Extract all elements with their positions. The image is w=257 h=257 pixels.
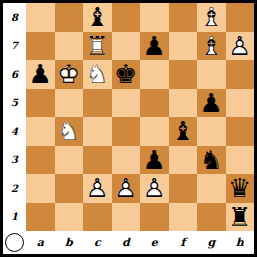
square-d7[interactable] — [112, 32, 141, 61]
black-rook-piece[interactable]: ♜ — [226, 203, 255, 232]
square-b5[interactable] — [55, 89, 84, 118]
white-bishop-piece[interactable]: ♗ — [197, 32, 226, 61]
black-queen-piece[interactable]: ♛ — [226, 174, 255, 203]
rank-label-2: 2 — [3, 174, 26, 203]
square-b8[interactable] — [55, 3, 84, 32]
square-f2[interactable] — [169, 174, 198, 203]
square-d5[interactable] — [112, 89, 141, 118]
square-a8[interactable] — [26, 3, 55, 32]
square-g4[interactable] — [197, 117, 226, 146]
square-e3[interactable]: ♟ — [140, 146, 169, 175]
white-rook-piece[interactable]: ♖ — [83, 32, 112, 61]
square-f6[interactable] — [169, 60, 198, 89]
file-label-e: e — [140, 231, 169, 254]
white-bishop-piece[interactable]: ♗ — [197, 3, 226, 32]
square-d3[interactable] — [112, 146, 141, 175]
white-king-piece[interactable]: ♔ — [55, 60, 84, 89]
rank-label-4: 4 — [3, 117, 26, 146]
file-labels: abcdefgh — [26, 231, 254, 254]
square-g1[interactable] — [197, 203, 226, 232]
square-c3[interactable] — [83, 146, 112, 175]
white-knight-piece[interactable]: ♘ — [55, 117, 84, 146]
rank-label-1: 1 — [3, 203, 26, 232]
chess-diagram: 87654321 ♝♝♗♜♖♟♝♗♟♙♟♚♔♞♘♚♟♞♘♝♟♞♟♙♟♙♟♙♛♜ … — [0, 0, 257, 257]
square-a7[interactable] — [26, 32, 55, 61]
black-bishop-piece[interactable]: ♝ — [83, 3, 112, 32]
square-a6[interactable]: ♟ — [26, 60, 55, 89]
square-e2[interactable]: ♟♙ — [140, 174, 169, 203]
square-c4[interactable] — [83, 117, 112, 146]
file-label-f: f — [169, 231, 198, 254]
square-b4[interactable]: ♞♘ — [55, 117, 84, 146]
square-c5[interactable] — [83, 89, 112, 118]
square-h1[interactable]: ♜ — [226, 203, 255, 232]
square-d6[interactable]: ♚ — [112, 60, 141, 89]
square-h6[interactable] — [226, 60, 255, 89]
square-a5[interactable] — [26, 89, 55, 118]
rank-label-5: 5 — [3, 89, 26, 118]
black-pawn-piece[interactable]: ♟ — [26, 60, 55, 89]
square-g3[interactable]: ♞ — [197, 146, 226, 175]
rank-label-6: 6 — [3, 60, 26, 89]
rank-labels: 87654321 — [3, 3, 26, 231]
square-h8[interactable] — [226, 3, 255, 32]
file-label-d: d — [112, 231, 141, 254]
square-a1[interactable] — [26, 203, 55, 232]
square-c8[interactable]: ♝ — [83, 3, 112, 32]
white-pawn-piece[interactable]: ♙ — [226, 32, 255, 61]
black-knight-piece[interactable]: ♞ — [197, 146, 226, 175]
square-c7[interactable]: ♜♖ — [83, 32, 112, 61]
square-g6[interactable] — [197, 60, 226, 89]
side-to-move-area — [3, 231, 26, 254]
square-f3[interactable] — [169, 146, 198, 175]
square-e7[interactable]: ♟ — [140, 32, 169, 61]
square-e8[interactable] — [140, 3, 169, 32]
file-label-a: a — [26, 231, 55, 254]
rank-label-8: 8 — [3, 3, 26, 32]
square-h2[interactable]: ♛ — [226, 174, 255, 203]
square-b6[interactable]: ♚♔ — [55, 60, 84, 89]
rank-label-7: 7 — [3, 32, 26, 61]
white-pawn-piece[interactable]: ♙ — [140, 174, 169, 203]
file-label-c: c — [83, 231, 112, 254]
square-a4[interactable] — [26, 117, 55, 146]
black-bishop-piece[interactable]: ♝ — [169, 117, 198, 146]
white-knight-piece[interactable]: ♘ — [83, 60, 112, 89]
chess-board[interactable]: ♝♝♗♜♖♟♝♗♟♙♟♚♔♞♘♚♟♞♘♝♟♞♟♙♟♙♟♙♛♜ — [26, 3, 254, 231]
square-e4[interactable] — [140, 117, 169, 146]
rank-label-3: 3 — [3, 146, 26, 175]
square-d2[interactable]: ♟♙ — [112, 174, 141, 203]
square-c1[interactable] — [83, 203, 112, 232]
square-e5[interactable] — [140, 89, 169, 118]
square-e1[interactable] — [140, 203, 169, 232]
square-g8[interactable]: ♝♗ — [197, 3, 226, 32]
square-b7[interactable] — [55, 32, 84, 61]
square-e6[interactable] — [140, 60, 169, 89]
white-pawn-piece[interactable]: ♙ — [83, 174, 112, 203]
file-label-g: g — [197, 231, 226, 254]
file-label-h: h — [226, 231, 255, 254]
square-b1[interactable] — [55, 203, 84, 232]
square-h7[interactable]: ♟♙ — [226, 32, 255, 61]
square-f1[interactable] — [169, 203, 198, 232]
black-pawn-piece[interactable]: ♟ — [197, 89, 226, 118]
square-d1[interactable] — [112, 203, 141, 232]
square-b2[interactable] — [55, 174, 84, 203]
square-d4[interactable] — [112, 117, 141, 146]
square-a3[interactable] — [26, 146, 55, 175]
square-h3[interactable] — [226, 146, 255, 175]
white-pawn-piece[interactable]: ♙ — [112, 174, 141, 203]
square-d8[interactable] — [112, 3, 141, 32]
square-h5[interactable] — [226, 89, 255, 118]
black-pawn-piece[interactable]: ♟ — [140, 146, 169, 175]
square-c6[interactable]: ♞♘ — [83, 60, 112, 89]
square-g2[interactable] — [197, 174, 226, 203]
square-b3[interactable] — [55, 146, 84, 175]
square-c2[interactable]: ♟♙ — [83, 174, 112, 203]
square-g7[interactable]: ♝♗ — [197, 32, 226, 61]
square-a2[interactable] — [26, 174, 55, 203]
white-to-move-indicator — [5, 233, 24, 252]
square-f8[interactable] — [169, 3, 198, 32]
black-king-piece[interactable]: ♚ — [112, 60, 141, 89]
black-pawn-piece[interactable]: ♟ — [140, 32, 169, 61]
square-f7[interactable] — [169, 32, 198, 61]
file-label-b: b — [55, 231, 84, 254]
square-g5[interactable]: ♟ — [197, 89, 226, 118]
square-f4[interactable]: ♝ — [169, 117, 198, 146]
square-h4[interactable] — [226, 117, 255, 146]
square-f5[interactable] — [169, 89, 198, 118]
